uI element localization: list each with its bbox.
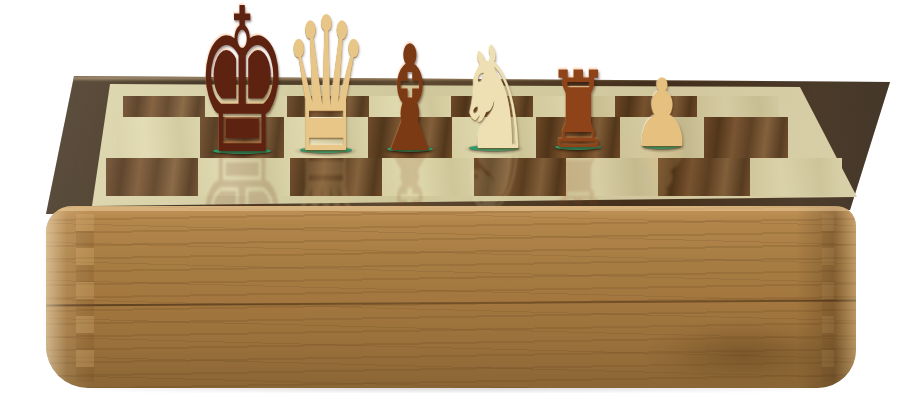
box-front — [46, 206, 856, 388]
right-edge-shade — [796, 206, 856, 388]
left-edge-highlight — [46, 206, 92, 388]
felt-base — [643, 143, 681, 149]
felt-base — [469, 145, 519, 151]
product-photo-chess-box: ♚♚♛♛♝♝♞♞♜♜♟♟ — [0, 0, 900, 393]
felt-base — [213, 148, 271, 154]
felt-base — [300, 147, 352, 153]
felt-base — [555, 144, 601, 150]
felt-base — [387, 146, 433, 152]
front-rim-highlight — [46, 206, 856, 211]
